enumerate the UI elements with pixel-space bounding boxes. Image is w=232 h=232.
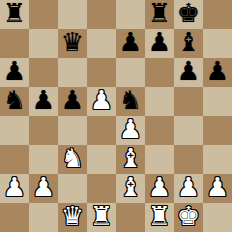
black-rook[interactable]: ♜ bbox=[148, 0, 171, 28]
chess-board: ♜♜♚♛♟♟♝♟♟♟♞♟♟♟♞♟♞♝♟♟♝♟♟♟♛♜♜♚ bbox=[0, 0, 232, 232]
black-rook[interactable]: ♜ bbox=[3, 0, 26, 28]
black-pawn[interactable]: ♟ bbox=[119, 28, 142, 57]
white-queen[interactable]: ♛ bbox=[61, 202, 84, 231]
square-a3[interactable] bbox=[0, 145, 29, 174]
square-b2[interactable]: ♟ bbox=[29, 174, 58, 203]
square-b7[interactable] bbox=[29, 29, 58, 58]
white-knight[interactable]: ♞ bbox=[61, 144, 84, 173]
square-c1[interactable]: ♛ bbox=[58, 203, 87, 232]
square-f8[interactable]: ♜ bbox=[145, 0, 174, 29]
square-f3[interactable] bbox=[145, 145, 174, 174]
black-pawn[interactable]: ♟ bbox=[206, 57, 229, 86]
square-d3[interactable] bbox=[87, 145, 116, 174]
square-f7[interactable]: ♟ bbox=[145, 29, 174, 58]
white-pawn[interactable]: ♟ bbox=[90, 86, 113, 115]
square-c6[interactable] bbox=[58, 58, 87, 87]
square-h4[interactable] bbox=[203, 116, 232, 145]
square-c3[interactable]: ♞ bbox=[58, 145, 87, 174]
square-f6[interactable] bbox=[145, 58, 174, 87]
square-a5[interactable]: ♞ bbox=[0, 87, 29, 116]
square-d5[interactable]: ♟ bbox=[87, 87, 116, 116]
square-e2[interactable]: ♝ bbox=[116, 174, 145, 203]
square-c4[interactable] bbox=[58, 116, 87, 145]
square-d7[interactable] bbox=[87, 29, 116, 58]
square-b3[interactable] bbox=[29, 145, 58, 174]
white-bishop[interactable]: ♝ bbox=[119, 144, 142, 173]
square-a6[interactable]: ♟ bbox=[0, 58, 29, 87]
square-d2[interactable] bbox=[87, 174, 116, 203]
square-h1[interactable] bbox=[203, 203, 232, 232]
square-e6[interactable] bbox=[116, 58, 145, 87]
square-e5[interactable]: ♞ bbox=[116, 87, 145, 116]
white-rook[interactable]: ♜ bbox=[90, 202, 113, 231]
white-bishop[interactable]: ♝ bbox=[119, 173, 142, 202]
square-g1[interactable]: ♚ bbox=[174, 203, 203, 232]
square-f1[interactable]: ♜ bbox=[145, 203, 174, 232]
square-e1[interactable] bbox=[116, 203, 145, 232]
square-f5[interactable] bbox=[145, 87, 174, 116]
square-a8[interactable]: ♜ bbox=[0, 0, 29, 29]
white-king[interactable]: ♚ bbox=[177, 202, 200, 231]
square-a1[interactable] bbox=[0, 203, 29, 232]
white-pawn[interactable]: ♟ bbox=[177, 173, 200, 202]
white-pawn[interactable]: ♟ bbox=[3, 173, 26, 202]
square-g3[interactable] bbox=[174, 145, 203, 174]
square-f4[interactable] bbox=[145, 116, 174, 145]
square-b1[interactable] bbox=[29, 203, 58, 232]
black-pawn[interactable]: ♟ bbox=[32, 86, 55, 115]
square-d6[interactable] bbox=[87, 58, 116, 87]
square-d4[interactable] bbox=[87, 116, 116, 145]
white-rook[interactable]: ♜ bbox=[148, 202, 171, 231]
square-b6[interactable] bbox=[29, 58, 58, 87]
square-h6[interactable]: ♟ bbox=[203, 58, 232, 87]
square-h5[interactable] bbox=[203, 87, 232, 116]
square-g8[interactable]: ♚ bbox=[174, 0, 203, 29]
black-pawn[interactable]: ♟ bbox=[177, 57, 200, 86]
square-g7[interactable]: ♝ bbox=[174, 29, 203, 58]
white-pawn[interactable]: ♟ bbox=[119, 115, 142, 144]
square-a2[interactable]: ♟ bbox=[0, 174, 29, 203]
square-a7[interactable] bbox=[0, 29, 29, 58]
square-e7[interactable]: ♟ bbox=[116, 29, 145, 58]
square-b4[interactable] bbox=[29, 116, 58, 145]
square-b5[interactable]: ♟ bbox=[29, 87, 58, 116]
black-knight[interactable]: ♞ bbox=[119, 86, 142, 115]
white-pawn[interactable]: ♟ bbox=[148, 173, 171, 202]
square-h2[interactable]: ♟ bbox=[203, 174, 232, 203]
square-h7[interactable] bbox=[203, 29, 232, 58]
black-queen[interactable]: ♛ bbox=[61, 28, 84, 57]
black-king[interactable]: ♚ bbox=[177, 0, 200, 28]
square-e3[interactable]: ♝ bbox=[116, 145, 145, 174]
square-e8[interactable] bbox=[116, 0, 145, 29]
square-f2[interactable]: ♟ bbox=[145, 174, 174, 203]
square-g2[interactable]: ♟ bbox=[174, 174, 203, 203]
black-knight[interactable]: ♞ bbox=[3, 86, 26, 115]
white-pawn[interactable]: ♟ bbox=[32, 173, 55, 202]
square-d8[interactable] bbox=[87, 0, 116, 29]
square-c2[interactable] bbox=[58, 174, 87, 203]
square-h3[interactable] bbox=[203, 145, 232, 174]
square-a4[interactable] bbox=[0, 116, 29, 145]
square-g6[interactable]: ♟ bbox=[174, 58, 203, 87]
black-pawn[interactable]: ♟ bbox=[148, 28, 171, 57]
white-pawn[interactable]: ♟ bbox=[206, 173, 229, 202]
square-e4[interactable]: ♟ bbox=[116, 116, 145, 145]
square-c8[interactable] bbox=[58, 0, 87, 29]
square-d1[interactable]: ♜ bbox=[87, 203, 116, 232]
square-g5[interactable] bbox=[174, 87, 203, 116]
black-pawn[interactable]: ♟ bbox=[61, 86, 84, 115]
black-bishop[interactable]: ♝ bbox=[177, 28, 200, 57]
square-b8[interactable] bbox=[29, 0, 58, 29]
black-pawn[interactable]: ♟ bbox=[3, 57, 26, 86]
square-h8[interactable] bbox=[203, 0, 232, 29]
square-c5[interactable]: ♟ bbox=[58, 87, 87, 116]
square-g4[interactable] bbox=[174, 116, 203, 145]
square-c7[interactable]: ♛ bbox=[58, 29, 87, 58]
